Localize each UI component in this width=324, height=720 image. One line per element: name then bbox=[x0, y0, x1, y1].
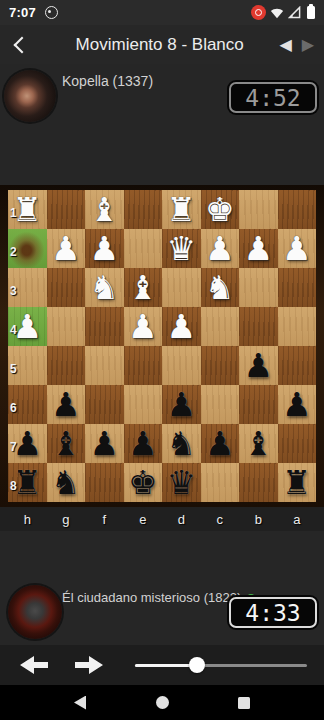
file-label-g: g bbox=[47, 507, 86, 531]
header: Movimiento 8 - Blanco ◀ ▶ bbox=[0, 25, 324, 64]
file-label-b: b bbox=[239, 507, 278, 531]
status-bar: 7:07 bbox=[0, 0, 324, 25]
square-f6[interactable] bbox=[85, 385, 124, 424]
board-frame: ♜♝♜♚♟♟♛♟♟♟♞♝♞♟♟♟♟♟♟♟♟♝♟♟♞♟♝♜♞♚♛♜12345678 bbox=[0, 185, 324, 507]
piece-white-rook: ♜ bbox=[162, 190, 201, 229]
square-c8[interactable] bbox=[201, 463, 240, 502]
rank-label-5: 5 bbox=[10, 362, 22, 376]
player-bottom-clock: 4:33 bbox=[229, 597, 317, 628]
square-b3[interactable] bbox=[239, 268, 278, 307]
square-b2[interactable]: ♟ bbox=[239, 229, 278, 268]
square-g1[interactable] bbox=[47, 190, 86, 229]
step-forward-button[interactable] bbox=[75, 656, 103, 674]
piece-white-pawn: ♟ bbox=[124, 307, 163, 346]
square-e1[interactable] bbox=[124, 190, 163, 229]
square-d4[interactable]: ♟ bbox=[162, 307, 201, 346]
android-navbar bbox=[0, 685, 324, 720]
piece-black-pawn: ♟ bbox=[278, 385, 317, 424]
prev-move-button[interactable]: ◀ bbox=[279, 37, 291, 53]
battery-icon bbox=[307, 6, 315, 19]
square-e3[interactable]: ♝ bbox=[124, 268, 163, 307]
piece-white-king: ♚ bbox=[201, 190, 240, 229]
square-a7[interactable] bbox=[278, 424, 317, 463]
piece-black-knight: ♞ bbox=[47, 463, 86, 502]
square-c3[interactable]: ♞ bbox=[201, 268, 240, 307]
square-f4[interactable] bbox=[85, 307, 124, 346]
square-f3[interactable]: ♞ bbox=[85, 268, 124, 307]
slider-thumb[interactable] bbox=[189, 657, 205, 673]
square-e4[interactable]: ♟ bbox=[124, 307, 163, 346]
piece-white-pawn: ♟ bbox=[201, 229, 240, 268]
square-e6[interactable] bbox=[124, 385, 163, 424]
piece-black-king: ♚ bbox=[124, 463, 163, 502]
square-c2[interactable]: ♟ bbox=[201, 229, 240, 268]
piece-white-pawn: ♟ bbox=[85, 229, 124, 268]
square-c4[interactable] bbox=[201, 307, 240, 346]
square-b8[interactable] bbox=[239, 463, 278, 502]
square-d6[interactable]: ♟ bbox=[162, 385, 201, 424]
square-b1[interactable] bbox=[239, 190, 278, 229]
rank-label-7: 7 bbox=[10, 440, 22, 454]
file-label-a: a bbox=[278, 507, 317, 531]
square-f2[interactable]: ♟ bbox=[85, 229, 124, 268]
player-bottom-row: Él ciudadano misterioso (1823) 4:33 bbox=[0, 578, 324, 645]
square-e8[interactable]: ♚ bbox=[124, 463, 163, 502]
square-g2[interactable]: ♟ bbox=[47, 229, 86, 268]
rank-label-8: 8 bbox=[10, 479, 22, 493]
square-d5[interactable] bbox=[162, 346, 201, 385]
square-g4[interactable] bbox=[47, 307, 86, 346]
cell-signal-icon bbox=[288, 6, 301, 19]
rank-label-4: 4 bbox=[10, 323, 22, 337]
piece-black-knight: ♞ bbox=[162, 424, 201, 463]
avatar-bottom[interactable] bbox=[8, 585, 62, 639]
file-label-c: c bbox=[201, 507, 240, 531]
square-a3[interactable] bbox=[278, 268, 317, 307]
square-b7[interactable]: ♝ bbox=[239, 424, 278, 463]
square-g5[interactable] bbox=[47, 346, 86, 385]
file-label-f: f bbox=[85, 507, 124, 531]
android-recents-icon[interactable] bbox=[238, 697, 250, 709]
square-a4[interactable] bbox=[278, 307, 317, 346]
square-a2[interactable]: ♟ bbox=[278, 229, 317, 268]
piece-black-pawn: ♟ bbox=[162, 385, 201, 424]
square-b6[interactable] bbox=[239, 385, 278, 424]
square-g8[interactable]: ♞ bbox=[47, 463, 86, 502]
rank-label-2: 2 bbox=[10, 245, 22, 259]
square-d1[interactable]: ♜ bbox=[162, 190, 201, 229]
square-e2[interactable] bbox=[124, 229, 163, 268]
square-g7[interactable]: ♝ bbox=[47, 424, 86, 463]
square-f1[interactable]: ♝ bbox=[85, 190, 124, 229]
square-b5[interactable]: ♟ bbox=[239, 346, 278, 385]
square-g6[interactable]: ♟ bbox=[47, 385, 86, 424]
piece-white-pawn: ♟ bbox=[278, 229, 317, 268]
piece-white-queen: ♛ bbox=[162, 229, 201, 268]
player-bottom-name: Él ciudadano misterioso (1823) bbox=[62, 590, 255, 605]
chess-board: ♜♝♜♚♟♟♛♟♟♟♞♝♞♟♟♟♟♟♟♟♟♝♟♟♞♟♝♜♞♚♛♜12345678 bbox=[8, 190, 316, 502]
square-d8[interactable]: ♛ bbox=[162, 463, 201, 502]
square-c7[interactable]: ♟ bbox=[201, 424, 240, 463]
piece-black-queen: ♛ bbox=[162, 463, 201, 502]
square-c5[interactable] bbox=[201, 346, 240, 385]
square-a1[interactable] bbox=[278, 190, 317, 229]
rank-label-1: 1 bbox=[10, 206, 22, 220]
piece-white-pawn: ♟ bbox=[162, 307, 201, 346]
rank-label-6: 6 bbox=[10, 401, 22, 415]
file-label-d: d bbox=[162, 507, 201, 531]
piece-black-bishop: ♝ bbox=[239, 424, 278, 463]
square-a6[interactable]: ♟ bbox=[278, 385, 317, 424]
back-button[interactable] bbox=[0, 25, 40, 64]
square-b4[interactable] bbox=[239, 307, 278, 346]
back-chevron-icon bbox=[14, 36, 31, 53]
player-top-name: Kopella (1337) bbox=[62, 73, 153, 89]
square-f7[interactable]: ♟ bbox=[85, 424, 124, 463]
square-a8[interactable]: ♜ bbox=[278, 463, 317, 502]
piece-white-knight: ♞ bbox=[85, 268, 124, 307]
square-a5[interactable] bbox=[278, 346, 317, 385]
piece-black-pawn: ♟ bbox=[47, 385, 86, 424]
piece-white-pawn: ♟ bbox=[47, 229, 86, 268]
square-d7[interactable]: ♞ bbox=[162, 424, 201, 463]
app-screen: 7:07 Movimiento 8 - Blanco ◀ ▶ Kopella (… bbox=[0, 0, 324, 720]
move-slider[interactable] bbox=[135, 657, 307, 673]
file-labels-row: hgfedcba bbox=[0, 507, 324, 531]
page-title: Movimiento 8 - Blanco bbox=[40, 35, 279, 55]
piece-black-pawn: ♟ bbox=[201, 424, 240, 463]
square-c1[interactable]: ♚ bbox=[201, 190, 240, 229]
square-e5[interactable] bbox=[124, 346, 163, 385]
piece-black-bishop: ♝ bbox=[47, 424, 86, 463]
piece-white-pawn: ♟ bbox=[239, 229, 278, 268]
screen-record-icon bbox=[45, 6, 58, 19]
wifi-icon bbox=[270, 6, 284, 19]
piece-black-pawn: ♟ bbox=[124, 424, 163, 463]
piece-black-rook: ♜ bbox=[278, 463, 317, 502]
square-f8[interactable] bbox=[85, 463, 124, 502]
square-d2[interactable]: ♛ bbox=[162, 229, 201, 268]
piece-white-knight: ♞ bbox=[201, 268, 240, 307]
android-home-icon[interactable] bbox=[156, 696, 169, 709]
recording-badge-icon bbox=[251, 5, 266, 20]
file-label-e: e bbox=[124, 507, 163, 531]
android-back-icon[interactable] bbox=[74, 696, 86, 710]
piece-black-pawn: ♟ bbox=[239, 346, 278, 385]
step-back-button[interactable] bbox=[20, 656, 48, 674]
square-c6[interactable] bbox=[201, 385, 240, 424]
piece-black-pawn: ♟ bbox=[85, 424, 124, 463]
next-move-button[interactable]: ▶ bbox=[302, 37, 314, 53]
file-label-h: h bbox=[8, 507, 47, 531]
rank-label-3: 3 bbox=[10, 284, 22, 298]
player-top-clock: 4:52 bbox=[229, 82, 317, 113]
player-bottom-name-text: Él ciudadano misterioso (1823) bbox=[62, 590, 241, 605]
square-e7[interactable]: ♟ bbox=[124, 424, 163, 463]
slider-fill bbox=[135, 664, 197, 667]
square-f5[interactable] bbox=[85, 346, 124, 385]
player-top-row: Kopella (1337) 4:52 bbox=[0, 64, 324, 125]
replay-controls bbox=[0, 645, 324, 685]
avatar-top[interactable] bbox=[4, 70, 56, 122]
square-d3[interactable] bbox=[162, 268, 201, 307]
piece-white-bishop: ♝ bbox=[85, 190, 124, 229]
status-time: 7:07 bbox=[9, 5, 36, 20]
piece-white-bishop: ♝ bbox=[124, 268, 163, 307]
square-g3[interactable] bbox=[47, 268, 86, 307]
